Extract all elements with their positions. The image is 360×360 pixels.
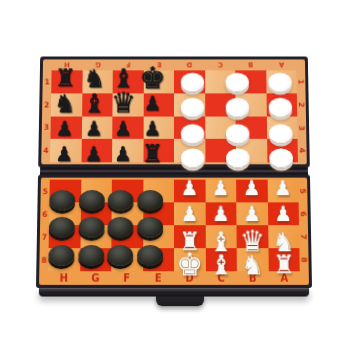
chess-piece-white-pawn: ♟ [212, 178, 230, 199]
board-half-bottom: HGFEDCBA 5678 5678 ♟♟♟♟♟♟♟♟♜♝♛♞♚♝♞♜ [36, 175, 312, 289]
rank-label: 8 [39, 248, 48, 271]
chess-piece-white-pawn: ♟ [243, 178, 261, 199]
checker-white [181, 124, 205, 143]
file-label: F [111, 271, 143, 285]
board-margin-bottom: HGFEDCBA 5678 5678 ♟♟♟♟♟♟♟♟♜♝♛♞♚♝♞♜ [39, 178, 309, 285]
checker-black [108, 245, 134, 266]
chess-piece-white-pawn: ♟ [274, 204, 292, 225]
rank-label: 6 [40, 202, 49, 225]
rank-labels-top-right: 1234 [296, 70, 306, 162]
playing-area-top: ♜♞♝♚♞♝♛♟♟♟♟♟♟♟♟♜ [50, 70, 298, 162]
product-photo: HGFEDCBA 1234 1234 ♜♞♝♚♞♝♛♟♟♟♟♟♟♟♟♜ HGFE… [0, 0, 360, 360]
file-label: D [174, 59, 205, 70]
chess-piece-white-pawn: ♟ [212, 204, 230, 225]
chess-piece-black-pawn: ♟ [144, 94, 162, 114]
checker-black [48, 217, 74, 238]
checker-black [78, 245, 104, 266]
chess-piece-black-pawn: ♟ [55, 145, 73, 165]
file-label: C [205, 59, 236, 70]
checker-black [137, 245, 163, 266]
checker-white [225, 124, 249, 143]
chess-piece-white-pawn: ♟ [243, 204, 261, 225]
checker-white [181, 72, 204, 91]
board-half-top: HGFEDCBA 1234 1234 ♜♞♝♚♞♝♛♟♟♟♟♟♟♟♟♜ [38, 56, 310, 167]
checker-black [49, 190, 75, 211]
checker-white [268, 72, 292, 91]
chess-piece-black-rook: ♜ [55, 67, 76, 91]
chess-piece-white-pawn: ♟ [274, 178, 292, 199]
file-label: H [48, 271, 80, 285]
case-front-edge [39, 288, 309, 296]
chess-piece-black-pawn: ♟ [144, 119, 162, 139]
rank-label: 2 [42, 93, 51, 116]
checker-black [78, 217, 104, 238]
checker-black [48, 245, 74, 266]
chess-piece-black-pawn: ♟ [85, 119, 103, 139]
rank-label: 3 [42, 116, 51, 139]
file-label: A [266, 59, 297, 70]
chess-piece-white-rook: ♜ [273, 252, 295, 277]
chess-piece-black-knight: ♞ [83, 66, 105, 91]
chess-piece-black-rook: ♜ [142, 142, 163, 166]
rank-label: 1 [42, 70, 51, 93]
chess-piece-black-king: ♚ [139, 63, 165, 93]
checker-white [181, 97, 204, 116]
chess-piece-black-pawn: ♟ [114, 145, 132, 165]
rank-label: 4 [41, 139, 50, 162]
chess-piece-white-king: ♚ [176, 248, 203, 280]
chess-piece-black-knight: ♞ [54, 91, 76, 116]
checker-black [138, 217, 164, 238]
chess-piece-black-pawn: ♟ [114, 119, 132, 139]
checker-white [226, 148, 250, 167]
chess-piece-white-pawn: ♟ [181, 204, 199, 225]
checker-black [108, 217, 134, 238]
checker-white [269, 148, 293, 167]
playing-area-bottom: ♟♟♟♟♟♟♟♟♜♝♛♞♚♝♞♜ [48, 180, 299, 272]
checker-black [78, 190, 104, 211]
pieces-layer-top: ♜♞♝♚♞♝♛♟♟♟♟♟♟♟♟♜ [50, 70, 298, 162]
checker-white [225, 72, 249, 91]
chess-piece-white-pawn: ♟ [181, 178, 199, 199]
file-label: E [143, 271, 174, 285]
checker-white [225, 97, 249, 116]
checker-white [268, 97, 292, 116]
chess-set-case: HGFEDCBA 1234 1234 ♜♞♝♚♞♝♛♟♟♟♟♟♟♟♟♜ HGFE… [36, 56, 312, 296]
chess-piece-black-pawn: ♟ [56, 119, 74, 139]
chess-piece-black-bishop: ♝ [83, 91, 106, 117]
checker-black [138, 190, 164, 211]
chess-piece-black-pawn: ♟ [85, 145, 103, 165]
file-label: G [80, 271, 112, 285]
checker-white [181, 148, 205, 167]
board-margin-top: HGFEDCBA 1234 1234 ♜♞♝♚♞♝♛♟♟♟♟♟♟♟♟♜ [41, 59, 307, 164]
rank-labels-bottom-right: 5678 [298, 180, 309, 272]
chess-piece-white-bishop: ♝ [209, 251, 232, 278]
checker-white [269, 124, 293, 143]
checker-black [108, 190, 134, 211]
pieces-layer-bottom: ♟♟♟♟♟♟♟♟♜♝♛♞♚♝♞♜ [48, 180, 299, 272]
chess-piece-black-queen: ♛ [111, 89, 136, 117]
file-label: B [235, 59, 266, 70]
chess-piece-white-knight: ♞ [241, 251, 264, 277]
